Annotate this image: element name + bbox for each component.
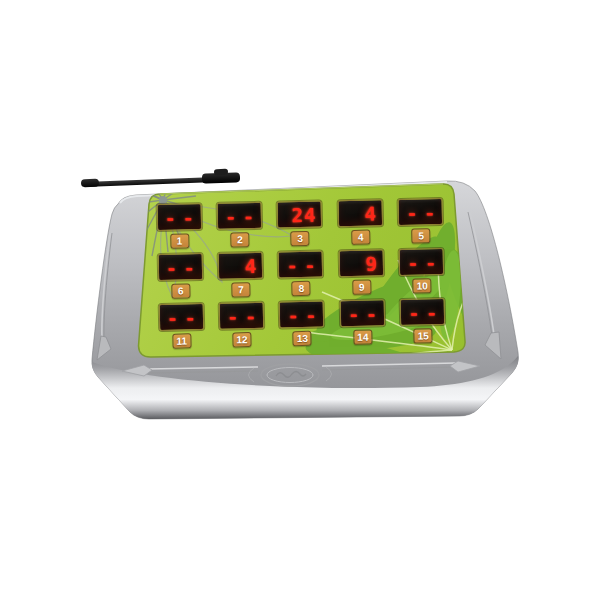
cell-number-tag-3: 3 — [291, 231, 310, 246]
led-display-3: 24 — [277, 201, 323, 229]
led-display-2: -- — [217, 202, 263, 230]
led-display-9: 9 — [338, 249, 384, 277]
led-display-10: -- — [399, 248, 445, 276]
cell-number-tag-9: 9 — [352, 280, 371, 295]
call-cell-2: -- 2 — [209, 197, 270, 248]
antenna-tip — [81, 179, 99, 188]
cell-number-tag-15: 15 — [414, 328, 433, 343]
led-display-13: -- — [279, 301, 325, 329]
call-cell-13: -- 13 — [271, 295, 332, 346]
cell-number-tag-1: 1 — [170, 233, 189, 248]
cell-number-tag-12: 12 — [232, 332, 251, 347]
led-display-4: 4 — [337, 199, 383, 227]
cell-number-tag-11: 11 — [172, 333, 191, 348]
call-cell-7: 4 7 — [210, 247, 271, 298]
call-cell-9: 9 9 — [331, 244, 392, 295]
call-cell-10: -- 10 — [391, 243, 452, 294]
call-display-grid: -- 1 -- 2 24 3 4 4 -- 5 -- 6 4 7 -- 8 — [148, 193, 453, 347]
cell-number-tag-10: 10 — [413, 278, 432, 293]
led-display-12: -- — [219, 302, 265, 330]
call-cell-4: 4 4 — [330, 194, 391, 245]
photo-stage: -- 1 -- 2 24 3 4 4 -- 5 -- 6 4 7 -- 8 — [0, 0, 600, 600]
led-display-5: -- — [398, 198, 444, 226]
cell-number-tag-7: 7 — [231, 282, 250, 297]
call-cell-11: -- 11 — [151, 298, 212, 349]
led-display-8: -- — [278, 251, 324, 279]
led-display-7: 4 — [218, 252, 264, 280]
antenna-hinge — [214, 169, 228, 176]
call-cell-12: -- 12 — [211, 297, 272, 348]
led-display-15: -- — [400, 298, 446, 326]
led-display-11: -- — [158, 303, 204, 331]
call-cell-3: 24 3 — [269, 195, 330, 246]
call-cell-5: -- 5 — [390, 193, 451, 244]
call-cell-14: -- 14 — [332, 294, 393, 345]
led-display-14: -- — [340, 299, 386, 327]
cell-number-tag-14: 14 — [353, 330, 372, 345]
call-cell-15: -- 15 — [392, 293, 453, 344]
cell-number-tag-2: 2 — [230, 232, 249, 247]
call-cell-8: -- 8 — [270, 245, 331, 296]
led-display-1: -- — [156, 203, 202, 231]
cell-number-tag-13: 13 — [293, 331, 312, 346]
led-display-6: -- — [157, 253, 203, 281]
call-cell-1: -- 1 — [148, 198, 209, 249]
cell-number-tag-6: 6 — [171, 283, 190, 298]
call-cell-6: -- 6 — [150, 248, 211, 299]
cell-number-tag-4: 4 — [351, 230, 370, 245]
cell-number-tag-8: 8 — [292, 281, 311, 296]
cell-number-tag-5: 5 — [411, 228, 430, 243]
